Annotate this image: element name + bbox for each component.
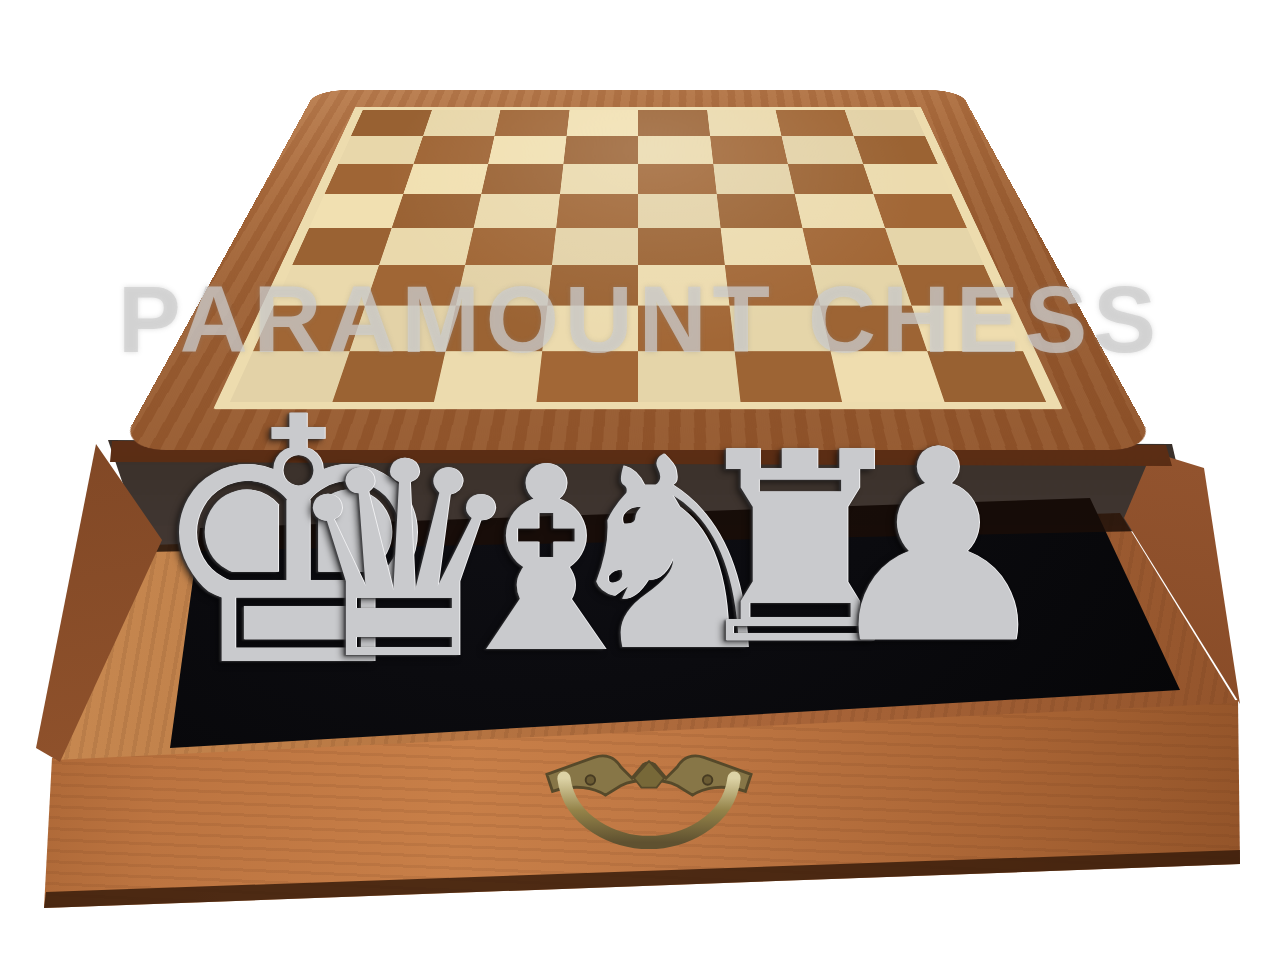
- drawer-piece-pawn: ♟: [806, 415, 1071, 680]
- drawer-pieces: ♚♛♝♞♜♟: [0, 0, 1280, 960]
- watermark-text: PARAMOUNT CHESS: [80, 266, 1200, 374]
- chess-box-product-photo: ♚♛♝♞♜♟ PARAMOUNT CHESS: [0, 0, 1280, 960]
